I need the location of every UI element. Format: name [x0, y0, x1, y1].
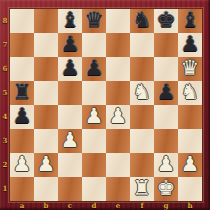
square-h4[interactable] — [178, 105, 202, 129]
piece-black-king-g8[interactable]: ♚ — [157, 9, 176, 32]
piece-white-pawn-a2[interactable]: ♟ — [13, 153, 32, 176]
square-f1[interactable]: ♜ — [130, 177, 154, 201]
square-b5[interactable] — [34, 81, 58, 105]
square-d6[interactable]: ♟ — [82, 57, 106, 81]
file-label-a: a — [10, 201, 34, 210]
piece-black-pawn-h7[interactable]: ♟ — [181, 33, 200, 56]
square-e8[interactable] — [106, 9, 130, 33]
square-g4[interactable] — [154, 105, 178, 129]
piece-white-king-g1[interactable]: ♚ — [157, 177, 176, 200]
rank-label-4: 4 — [0, 105, 10, 129]
square-a7[interactable] — [10, 33, 34, 57]
piece-black-pawn-c6[interactable]: ♟ — [61, 57, 80, 80]
square-d3[interactable] — [82, 129, 106, 153]
square-h1[interactable] — [178, 177, 202, 201]
rank-label-5: 5 — [0, 81, 10, 105]
piece-white-queen-h6[interactable]: ♛ — [181, 57, 200, 80]
piece-black-queen-d8[interactable]: ♛ — [85, 9, 104, 32]
square-a8[interactable] — [10, 9, 34, 33]
square-g1[interactable]: ♚ — [154, 177, 178, 201]
square-e7[interactable] — [106, 33, 130, 57]
square-f6[interactable] — [130, 57, 154, 81]
file-label-e: e — [106, 201, 130, 210]
square-a1[interactable] — [10, 177, 34, 201]
square-f3[interactable] — [130, 129, 154, 153]
square-b7[interactable] — [34, 33, 58, 57]
square-g7[interactable] — [154, 33, 178, 57]
square-g6[interactable] — [154, 57, 178, 81]
piece-white-pawn-h2[interactable]: ♟ — [181, 153, 200, 176]
square-g3[interactable] — [154, 129, 178, 153]
chess-board: ♝♛♞♚♝♟♟♟♟♛♜♞♟♞♟♟♟♟♟♟♟♟♜♚ — [10, 9, 202, 201]
square-d5[interactable] — [82, 81, 106, 105]
square-b2[interactable]: ♟ — [34, 153, 58, 177]
square-a3[interactable] — [10, 129, 34, 153]
square-f4[interactable] — [130, 105, 154, 129]
square-e1[interactable] — [106, 177, 130, 201]
square-e2[interactable] — [106, 153, 130, 177]
square-e4[interactable]: ♟ — [106, 105, 130, 129]
square-c1[interactable] — [58, 177, 82, 201]
square-e6[interactable] — [106, 57, 130, 81]
rank-label-3: 3 — [0, 129, 10, 153]
rank-label-8: 8 — [0, 9, 10, 33]
piece-black-pawn-g5[interactable]: ♟ — [157, 81, 176, 104]
square-d8[interactable]: ♛ — [82, 9, 106, 33]
square-d2[interactable] — [82, 153, 106, 177]
square-c6[interactable]: ♟ — [58, 57, 82, 81]
square-d4[interactable]: ♟ — [82, 105, 106, 129]
rank-label-6: 6 — [0, 57, 10, 81]
square-f2[interactable] — [130, 153, 154, 177]
piece-white-pawn-d4[interactable]: ♟ — [85, 105, 104, 128]
piece-white-pawn-b2[interactable]: ♟ — [37, 153, 56, 176]
piece-white-knight-f5[interactable]: ♞ — [133, 81, 152, 104]
square-c2[interactable] — [58, 153, 82, 177]
square-c5[interactable] — [58, 81, 82, 105]
square-d1[interactable] — [82, 177, 106, 201]
square-g2[interactable]: ♟ — [154, 153, 178, 177]
square-a4[interactable]: ♟ — [10, 105, 34, 129]
file-label-b: b — [34, 201, 58, 210]
square-h8[interactable]: ♝ — [178, 9, 202, 33]
piece-white-pawn-c3[interactable]: ♟ — [61, 129, 80, 152]
square-h6[interactable]: ♛ — [178, 57, 202, 81]
square-g8[interactable]: ♚ — [154, 9, 178, 33]
file-label-d: d — [82, 201, 106, 210]
piece-black-pawn-c7[interactable]: ♟ — [61, 33, 80, 56]
piece-black-pawn-d6[interactable]: ♟ — [85, 57, 104, 80]
piece-black-bishop-h8[interactable]: ♝ — [181, 9, 200, 32]
piece-white-knight-h5[interactable]: ♞ — [181, 81, 200, 104]
square-e5[interactable] — [106, 81, 130, 105]
rank-label-2: 2 — [0, 153, 10, 177]
piece-white-pawn-e4[interactable]: ♟ — [109, 105, 128, 128]
square-c3[interactable]: ♟ — [58, 129, 82, 153]
square-c4[interactable] — [58, 105, 82, 129]
square-f8[interactable]: ♞ — [130, 9, 154, 33]
piece-black-bishop-c8[interactable]: ♝ — [61, 9, 80, 32]
square-g5[interactable]: ♟ — [154, 81, 178, 105]
file-label-h: h — [178, 201, 202, 210]
chess-board-frame: ♝♛♞♚♝♟♟♟♟♛♜♞♟♞♟♟♟♟♟♟♟♟♜♚ 87654321abcdefg… — [0, 0, 210, 210]
square-b4[interactable] — [34, 105, 58, 129]
file-label-g: g — [154, 201, 178, 210]
square-h5[interactable]: ♞ — [178, 81, 202, 105]
square-h7[interactable]: ♟ — [178, 33, 202, 57]
square-b8[interactable] — [34, 9, 58, 33]
rank-label-7: 7 — [0, 33, 10, 57]
piece-black-knight-f8[interactable]: ♞ — [133, 9, 152, 32]
square-h2[interactable]: ♟ — [178, 153, 202, 177]
piece-white-rook-f1[interactable]: ♜ — [133, 177, 152, 200]
square-a5[interactable]: ♜ — [10, 81, 34, 105]
square-h3[interactable] — [178, 129, 202, 153]
square-a6[interactable] — [10, 57, 34, 81]
square-b3[interactable] — [34, 129, 58, 153]
piece-white-pawn-g2[interactable]: ♟ — [157, 153, 176, 176]
square-f7[interactable] — [130, 33, 154, 57]
square-f5[interactable]: ♞ — [130, 81, 154, 105]
square-c8[interactable]: ♝ — [58, 9, 82, 33]
rank-label-1: 1 — [0, 177, 10, 201]
piece-black-pawn-a4[interactable]: ♟ — [13, 105, 32, 128]
file-label-f: f — [130, 201, 154, 210]
square-d7[interactable] — [82, 33, 106, 57]
square-e3[interactable] — [106, 129, 130, 153]
file-label-c: c — [58, 201, 82, 210]
piece-black-rook-a5[interactable]: ♜ — [13, 81, 32, 104]
square-c7[interactable]: ♟ — [58, 33, 82, 57]
square-b1[interactable] — [34, 177, 58, 201]
square-a2[interactable]: ♟ — [10, 153, 34, 177]
square-b6[interactable] — [34, 57, 58, 81]
